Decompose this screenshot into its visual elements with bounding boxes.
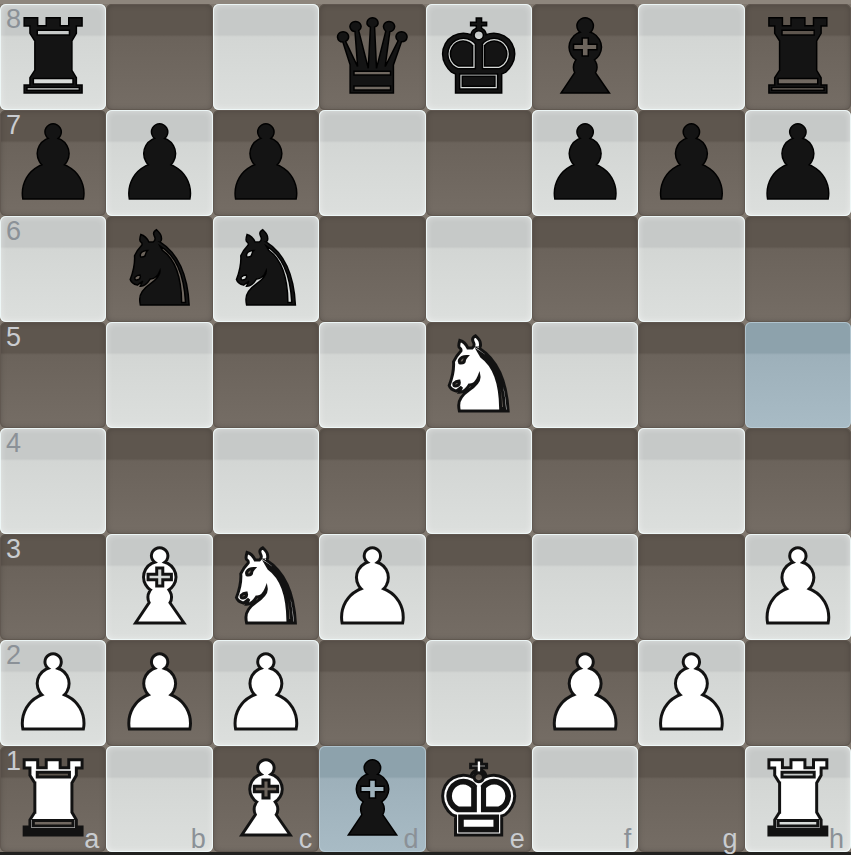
white-pawn[interactable]: ♟ xyxy=(319,534,425,640)
square-b8[interactable] xyxy=(106,4,212,110)
square-f6[interactable] xyxy=(532,216,638,322)
file-label: b xyxy=(191,825,206,855)
black-rook[interactable]: ♜ xyxy=(0,4,106,110)
square-d7[interactable] xyxy=(319,110,425,216)
square-b3[interactable]: ♝ xyxy=(106,534,212,640)
square-a5[interactable]: 5 xyxy=(0,322,106,428)
square-d3[interactable]: ♟ xyxy=(319,534,425,640)
square-d4[interactable] xyxy=(319,428,425,534)
white-bishop[interactable]: ♝ xyxy=(213,746,319,852)
square-b1[interactable]: b xyxy=(106,746,212,852)
white-pawn[interactable]: ♟ xyxy=(638,640,744,746)
white-pawn[interactable]: ♟ xyxy=(106,640,212,746)
black-rook[interactable]: ♜ xyxy=(745,4,851,110)
white-knight[interactable]: ♞ xyxy=(426,322,532,428)
square-h8[interactable]: ♜ xyxy=(745,4,851,110)
square-e8[interactable]: ♚ xyxy=(426,4,532,110)
square-g3[interactable] xyxy=(638,534,744,640)
square-c7[interactable]: ♟ xyxy=(213,110,319,216)
white-pawn[interactable]: ♟ xyxy=(745,534,851,640)
square-c3[interactable]: ♞ xyxy=(213,534,319,640)
white-knight[interactable]: ♞ xyxy=(213,534,319,640)
square-b5[interactable] xyxy=(106,322,212,428)
square-h4[interactable] xyxy=(745,428,851,534)
black-pawn[interactable]: ♟ xyxy=(532,110,638,216)
rank-label: 4 xyxy=(6,429,21,459)
square-h7[interactable]: ♟ xyxy=(745,110,851,216)
file-label: g xyxy=(723,825,738,855)
white-pawn[interactable]: ♟ xyxy=(0,640,106,746)
black-knight[interactable]: ♞ xyxy=(106,216,212,322)
white-pawn[interactable]: ♟ xyxy=(213,640,319,746)
square-g8[interactable] xyxy=(638,4,744,110)
square-h3[interactable]: ♟ xyxy=(745,534,851,640)
black-bishop[interactable]: ♝ xyxy=(532,4,638,110)
chess-board-app: 8♜♛♚♝♜7♟♟♟♟♟♟6♞♞5♞43♝♞♟♟2♟♟♟♟♟1a♜bc♝d♝e♚… xyxy=(0,0,851,855)
square-h1[interactable]: h♜ xyxy=(745,746,851,852)
black-pawn[interactable]: ♟ xyxy=(0,110,106,216)
square-f8[interactable]: ♝ xyxy=(532,4,638,110)
square-e1[interactable]: e♚ xyxy=(426,746,532,852)
square-a3[interactable]: 3 xyxy=(0,534,106,640)
square-g4[interactable] xyxy=(638,428,744,534)
white-bishop[interactable]: ♝ xyxy=(106,534,212,640)
black-pawn[interactable]: ♟ xyxy=(745,110,851,216)
square-b4[interactable] xyxy=(106,428,212,534)
square-e6[interactable] xyxy=(426,216,532,322)
file-label: f xyxy=(624,825,632,855)
square-e3[interactable] xyxy=(426,534,532,640)
white-rook[interactable]: ♜ xyxy=(745,746,851,852)
black-queen[interactable]: ♛ xyxy=(319,4,425,110)
square-a1[interactable]: 1a♜ xyxy=(0,746,106,852)
square-f2[interactable]: ♟ xyxy=(532,640,638,746)
square-e7[interactable] xyxy=(426,110,532,216)
square-d6[interactable] xyxy=(319,216,425,322)
square-b2[interactable]: ♟ xyxy=(106,640,212,746)
white-pawn[interactable]: ♟ xyxy=(532,640,638,746)
rank-label: 3 xyxy=(6,535,21,565)
black-knight[interactable]: ♞ xyxy=(213,216,319,322)
square-h6[interactable] xyxy=(745,216,851,322)
square-h5[interactable] xyxy=(745,322,851,428)
square-d8[interactable]: ♛ xyxy=(319,4,425,110)
white-rook[interactable]: ♜ xyxy=(0,746,106,852)
square-f3[interactable] xyxy=(532,534,638,640)
square-e4[interactable] xyxy=(426,428,532,534)
black-pawn[interactable]: ♟ xyxy=(213,110,319,216)
square-g6[interactable] xyxy=(638,216,744,322)
square-a8[interactable]: 8♜ xyxy=(0,4,106,110)
square-c4[interactable] xyxy=(213,428,319,534)
square-e2[interactable] xyxy=(426,640,532,746)
rank-label: 5 xyxy=(6,323,21,353)
square-g2[interactable]: ♟ xyxy=(638,640,744,746)
square-g5[interactable] xyxy=(638,322,744,428)
black-pawn[interactable]: ♟ xyxy=(638,110,744,216)
square-d5[interactable] xyxy=(319,322,425,428)
white-king[interactable]: ♚ xyxy=(426,746,532,852)
square-a6[interactable]: 6 xyxy=(0,216,106,322)
square-c2[interactable]: ♟ xyxy=(213,640,319,746)
square-g7[interactable]: ♟ xyxy=(638,110,744,216)
square-a7[interactable]: 7♟ xyxy=(0,110,106,216)
square-e5[interactable]: ♞ xyxy=(426,322,532,428)
black-bishop[interactable]: ♝ xyxy=(319,746,425,852)
square-a2[interactable]: 2♟ xyxy=(0,640,106,746)
square-g1[interactable]: g xyxy=(638,746,744,852)
black-pawn[interactable]: ♟ xyxy=(106,110,212,216)
square-b7[interactable]: ♟ xyxy=(106,110,212,216)
square-b6[interactable]: ♞ xyxy=(106,216,212,322)
square-c1[interactable]: c♝ xyxy=(213,746,319,852)
black-king[interactable]: ♚ xyxy=(426,4,532,110)
square-h2[interactable] xyxy=(745,640,851,746)
square-f4[interactable] xyxy=(532,428,638,534)
square-f7[interactable]: ♟ xyxy=(532,110,638,216)
square-c6[interactable]: ♞ xyxy=(213,216,319,322)
square-f1[interactable]: f xyxy=(532,746,638,852)
square-f5[interactable] xyxy=(532,322,638,428)
square-c5[interactable] xyxy=(213,322,319,428)
square-d2[interactable] xyxy=(319,640,425,746)
chess-board[interactable]: 8♜♛♚♝♜7♟♟♟♟♟♟6♞♞5♞43♝♞♟♟2♟♟♟♟♟1a♜bc♝d♝e♚… xyxy=(0,4,851,852)
square-d1[interactable]: d♝ xyxy=(319,746,425,852)
square-a4[interactable]: 4 xyxy=(0,428,106,534)
square-c8[interactable] xyxy=(213,4,319,110)
